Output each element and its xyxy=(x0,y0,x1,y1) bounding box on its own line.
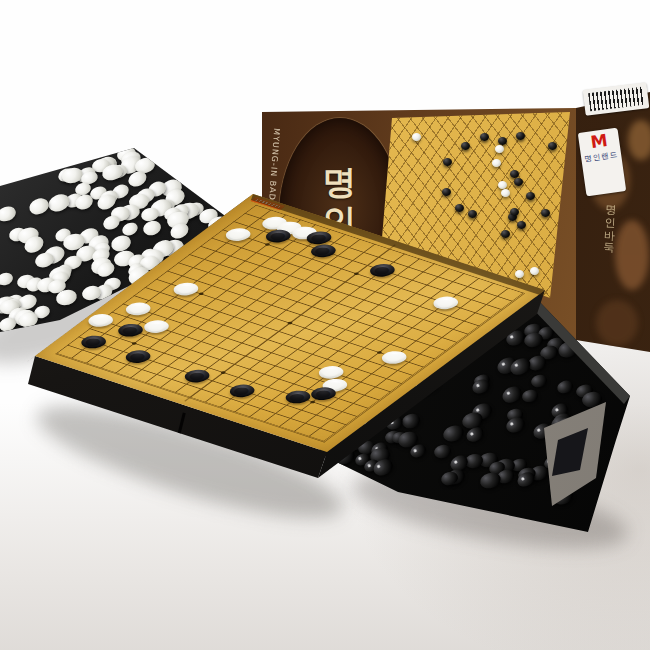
box-side-pattern xyxy=(615,220,649,290)
star-point xyxy=(309,400,316,403)
star-point xyxy=(376,351,383,354)
white-stone: ● xyxy=(221,226,255,243)
black-stone: ● xyxy=(113,321,147,338)
black-tray-stone xyxy=(433,443,453,460)
star-point xyxy=(220,371,227,374)
black-stone: ● xyxy=(306,242,340,259)
black-tray-stone xyxy=(499,383,524,406)
white-stone: ● xyxy=(121,300,155,317)
white-stone: ● xyxy=(169,280,203,297)
black-tray-stone xyxy=(439,470,459,487)
black-stone: ● xyxy=(180,367,214,384)
black-stone: ● xyxy=(121,348,155,365)
box-side-pattern xyxy=(628,120,650,160)
black-tray-stone xyxy=(521,388,539,403)
black-tray-stone xyxy=(530,373,549,389)
white-tray-stone xyxy=(0,204,18,223)
black-stone: ● xyxy=(225,382,259,399)
white-stone: ● xyxy=(429,294,463,311)
go-set-photo: 명인바둑 MYUNG-IN BADUK Magnetic 명인바둑 M 명인랜드 xyxy=(0,0,650,650)
white-tray-stone xyxy=(27,196,51,217)
white-tray-stone xyxy=(141,219,163,238)
white-stone: ● xyxy=(139,318,173,335)
box-side-pattern xyxy=(596,300,638,346)
white-stone: ● xyxy=(84,312,118,329)
star-point xyxy=(264,243,271,246)
star-point xyxy=(287,321,294,324)
black-tray-stone xyxy=(441,423,466,444)
black-stone: ● xyxy=(281,388,315,405)
white-tray-stone xyxy=(0,271,15,287)
star-point xyxy=(131,342,138,345)
black-tray-stone xyxy=(555,379,574,396)
black-stone: ● xyxy=(365,262,399,279)
star-point xyxy=(353,272,360,275)
white-tray-stone xyxy=(110,233,133,253)
box-side-title: 명인바둑 xyxy=(597,196,617,297)
black-stone: ● xyxy=(76,333,110,350)
star-point xyxy=(198,292,205,295)
